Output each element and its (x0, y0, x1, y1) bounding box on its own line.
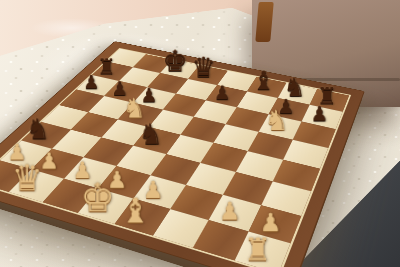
piece-black-knight-a3[interactable]: ♞ (25, 115, 50, 143)
piece-white-rook-h1[interactable]: ♜ (243, 234, 271, 266)
piece-white-bishop-e1[interactable]: ♝ (120, 194, 150, 228)
piece-black-pawn-h7[interactable]: ♟ (310, 104, 328, 124)
photo-scene: ♚♛♝♞♜♜♟♟♟♟♟♟♞♞♞♞♟♟♟♟♟♟♟♜♛♚♝♜ (0, 0, 400, 267)
piece-black-king-c8[interactable]: ♚ (162, 46, 187, 75)
square-a3[interactable]: ♞ (21, 122, 70, 149)
piece-black-pawn-e7[interactable]: ♟ (213, 84, 230, 103)
piece-white-rook-a1[interactable]: ♜ (0, 158, 6, 185)
piece-white-queen-b1[interactable]: ♛ (11, 160, 42, 196)
piece-black-bishop-f8[interactable]: ♝ (252, 68, 275, 94)
piece-white-king-d1[interactable]: ♚ (80, 177, 114, 217)
square-h1[interactable]: ♜ (235, 231, 291, 267)
piece-black-pawn-a6[interactable]: ♟ (83, 73, 99, 92)
piece-white-knight-g6[interactable]: ♞ (264, 107, 288, 135)
piece-black-queen-d8[interactable]: ♛ (191, 53, 215, 81)
piece-black-knight-d4[interactable]: ♞ (138, 120, 163, 148)
piece-white-pawn-g2[interactable]: ♟ (218, 199, 240, 224)
piece-black-rook-a7[interactable]: ♜ (97, 56, 116, 78)
